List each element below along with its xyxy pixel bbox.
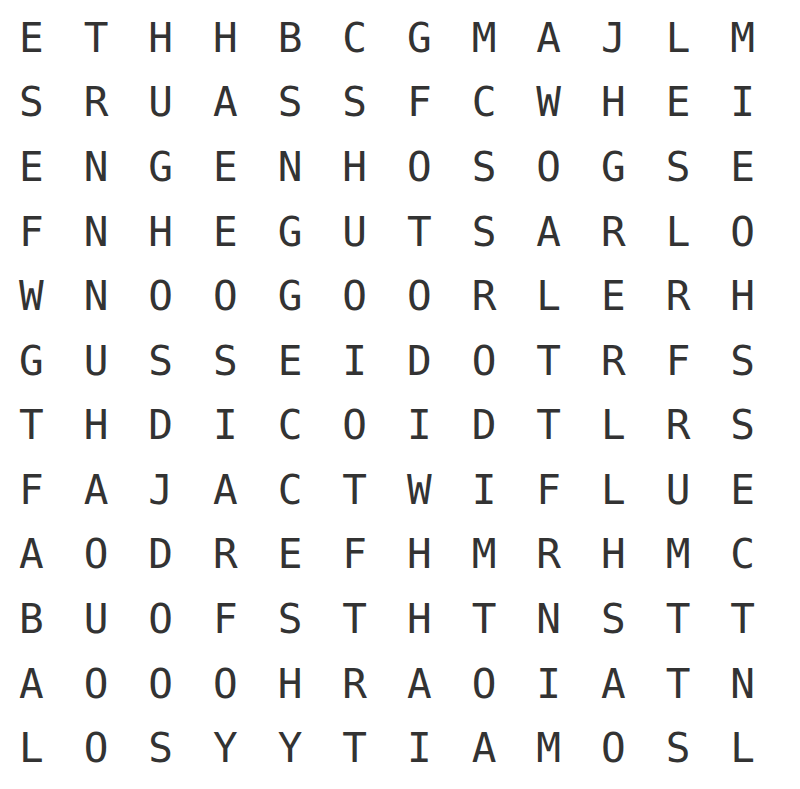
grid-cell[interactable]: T — [516, 329, 581, 394]
grid-cell[interactable]: W — [0, 264, 64, 329]
grid-cell[interactable]: T — [387, 200, 452, 265]
grid-cell[interactable]: T — [64, 6, 129, 71]
grid-cell[interactable]: S — [258, 71, 323, 136]
grid-cell[interactable]: H — [710, 264, 775, 329]
grid-cell[interactable]: E — [258, 329, 323, 394]
grid-cell[interactable]: O — [193, 652, 258, 717]
grid-cell[interactable]: D — [128, 394, 193, 459]
grid-cell[interactable]: R — [646, 264, 711, 329]
grid-cell[interactable]: S — [193, 329, 258, 394]
grid-cell[interactable]: T — [646, 652, 711, 717]
grid-cell[interactable]: N — [64, 264, 129, 329]
grid-cell[interactable]: O — [128, 264, 193, 329]
grid-cell[interactable]: I — [516, 652, 581, 717]
grid-cell[interactable]: C — [258, 394, 323, 459]
grid-cell[interactable]: L — [581, 458, 646, 523]
grid-cell[interactable]: N — [516, 587, 581, 652]
grid-cell[interactable]: N — [64, 200, 129, 265]
grid-cell[interactable]: R — [581, 200, 646, 265]
grid-cell[interactable]: A — [516, 200, 581, 265]
grid-cell[interactable]: O — [322, 394, 387, 459]
grid-cell[interactable]: F — [322, 523, 387, 588]
grid-cell[interactable]: A — [581, 652, 646, 717]
grid-cell[interactable]: B — [258, 6, 323, 71]
grid-cell[interactable]: E — [0, 135, 64, 200]
grid-cell[interactable]: C — [710, 523, 775, 588]
grid-cell[interactable]: G — [387, 6, 452, 71]
grid-cell[interactable]: I — [387, 716, 452, 781]
grid-cell[interactable]: O — [452, 329, 517, 394]
grid-cell[interactable]: T — [710, 587, 775, 652]
grid-cell[interactable]: O — [64, 716, 129, 781]
grid-cell[interactable]: C — [452, 71, 517, 136]
grid-cell[interactable]: S — [710, 329, 775, 394]
grid-cell[interactable]: T — [322, 458, 387, 523]
grid-cell[interactable]: O — [128, 652, 193, 717]
grid-cell[interactable]: U — [646, 458, 711, 523]
grid-cell[interactable]: S — [452, 200, 517, 265]
grid-cell[interactable]: A — [452, 716, 517, 781]
grid-cell[interactable]: H — [193, 6, 258, 71]
grid-cell[interactable]: F — [387, 71, 452, 136]
grid-cell[interactable]: L — [516, 264, 581, 329]
grid-cell[interactable]: E — [0, 6, 64, 71]
grid-cell[interactable]: A — [0, 523, 64, 588]
grid-cell[interactable]: A — [0, 652, 64, 717]
grid-cell[interactable]: U — [64, 587, 129, 652]
grid-cell[interactable]: A — [193, 71, 258, 136]
grid-cell[interactable]: L — [646, 6, 711, 71]
grid-cell[interactable]: U — [128, 71, 193, 136]
grid-cell[interactable]: R — [322, 652, 387, 717]
grid-cell[interactable]: Y — [193, 716, 258, 781]
grid-cell[interactable]: F — [0, 200, 64, 265]
grid-cell[interactable]: W — [387, 458, 452, 523]
grid-cell[interactable]: O — [128, 587, 193, 652]
grid-cell[interactable]: G — [581, 135, 646, 200]
grid-cell[interactable]: B — [0, 587, 64, 652]
grid-cell[interactable]: A — [193, 458, 258, 523]
grid-cell[interactable]: R — [64, 71, 129, 136]
grid-cell[interactable]: A — [64, 458, 129, 523]
grid-cell[interactable]: F — [516, 458, 581, 523]
grid-cell[interactable]: E — [710, 135, 775, 200]
grid-cell[interactable]: N — [64, 135, 129, 200]
grid-cell[interactable]: T — [516, 394, 581, 459]
grid-cell[interactable]: H — [128, 6, 193, 71]
grid-cell[interactable]: S — [646, 135, 711, 200]
grid-cell[interactable]: N — [258, 135, 323, 200]
grid-cell[interactable]: L — [0, 716, 64, 781]
grid-cell[interactable]: C — [322, 6, 387, 71]
grid-cell[interactable]: O — [710, 200, 775, 265]
grid-cell[interactable]: G — [0, 329, 64, 394]
grid-cell[interactable]: S — [646, 716, 711, 781]
grid-cell[interactable]: O — [581, 716, 646, 781]
grid-cell[interactable]: O — [64, 652, 129, 717]
grid-cell[interactable]: U — [322, 200, 387, 265]
grid-cell[interactable]: O — [64, 523, 129, 588]
grid-cell[interactable]: H — [387, 587, 452, 652]
grid-cell[interactable]: E — [646, 71, 711, 136]
grid-cell[interactable]: F — [193, 587, 258, 652]
grid-cell[interactable]: W — [516, 71, 581, 136]
grid-cell[interactable]: H — [64, 394, 129, 459]
grid-cell[interactable]: M — [646, 523, 711, 588]
grid-cell[interactable]: I — [387, 394, 452, 459]
grid-cell[interactable]: L — [646, 200, 711, 265]
grid-cell[interactable]: S — [581, 587, 646, 652]
grid-cell[interactable]: G — [128, 135, 193, 200]
grid-cell[interactable]: I — [710, 71, 775, 136]
grid-cell[interactable]: E — [258, 523, 323, 588]
grid-cell[interactable]: D — [128, 523, 193, 588]
grid-cell[interactable]: O — [193, 264, 258, 329]
grid-cell[interactable]: U — [64, 329, 129, 394]
grid-cell[interactable]: D — [387, 329, 452, 394]
grid-cell[interactable]: R — [452, 264, 517, 329]
grid-cell[interactable]: E — [193, 135, 258, 200]
grid-cell[interactable]: G — [258, 200, 323, 265]
grid-cell[interactable]: I — [452, 458, 517, 523]
grid-cell[interactable]: S — [322, 71, 387, 136]
grid-cell[interactable]: R — [516, 523, 581, 588]
grid-cell[interactable]: R — [581, 329, 646, 394]
grid-cell[interactable]: T — [0, 394, 64, 459]
grid-cell[interactable]: E — [710, 458, 775, 523]
grid-cell[interactable]: M — [710, 6, 775, 71]
grid-cell[interactable]: S — [710, 394, 775, 459]
grid-cell[interactable]: S — [128, 716, 193, 781]
grid-cell[interactable]: D — [452, 394, 517, 459]
grid-cell[interactable]: H — [581, 71, 646, 136]
grid-cell[interactable]: R — [646, 394, 711, 459]
grid-cell[interactable]: I — [322, 329, 387, 394]
grid-cell[interactable]: T — [322, 716, 387, 781]
grid-cell[interactable]: H — [387, 523, 452, 588]
grid-cell[interactable]: N — [710, 652, 775, 717]
grid-cell[interactable]: S — [0, 71, 64, 136]
grid-cell[interactable]: G — [258, 264, 323, 329]
grid-cell[interactable]: Y — [258, 716, 323, 781]
grid-cell[interactable]: O — [516, 135, 581, 200]
grid-cell[interactable]: T — [646, 587, 711, 652]
grid-cell[interactable]: H — [581, 523, 646, 588]
grid-cell[interactable]: S — [128, 329, 193, 394]
grid-cell[interactable]: O — [387, 264, 452, 329]
grid-cell[interactable]: R — [193, 523, 258, 588]
grid-cell[interactable]: T — [322, 587, 387, 652]
grid-cell[interactable]: H — [128, 200, 193, 265]
grid-cell[interactable]: L — [710, 716, 775, 781]
grid-cell[interactable]: J — [128, 458, 193, 523]
grid-cell[interactable]: M — [516, 716, 581, 781]
grid-cell[interactable]: O — [322, 264, 387, 329]
grid-cell[interactable]: A — [516, 6, 581, 71]
grid-cell[interactable]: F — [0, 458, 64, 523]
grid-cell[interactable]: F — [646, 329, 711, 394]
grid-cell[interactable]: E — [193, 200, 258, 265]
grid-cell[interactable]: A — [387, 652, 452, 717]
grid-cell[interactable]: L — [581, 394, 646, 459]
grid-cell[interactable]: I — [193, 394, 258, 459]
grid-cell[interactable]: J — [581, 6, 646, 71]
grid-cell[interactable]: O — [452, 652, 517, 717]
grid-cell[interactable]: H — [322, 135, 387, 200]
grid-cell[interactable]: O — [387, 135, 452, 200]
letter-grid: ETHHBCGMAJLMSRUASSFCWHEIENGENHOSOGSEFNHE… — [0, 6, 775, 781]
grid-cell[interactable]: T — [452, 587, 517, 652]
grid-cell[interactable]: H — [258, 652, 323, 717]
grid-cell[interactable]: M — [452, 6, 517, 71]
grid-cell[interactable]: C — [258, 458, 323, 523]
word-search-board: ETHHBCGMAJLMSRUASSFCWHEIENGENHOSOGSEFNHE… — [0, 0, 800, 789]
grid-cell[interactable]: M — [452, 523, 517, 588]
grid-cell[interactable]: S — [258, 587, 323, 652]
grid-cell[interactable]: S — [452, 135, 517, 200]
grid-cell[interactable]: E — [581, 264, 646, 329]
